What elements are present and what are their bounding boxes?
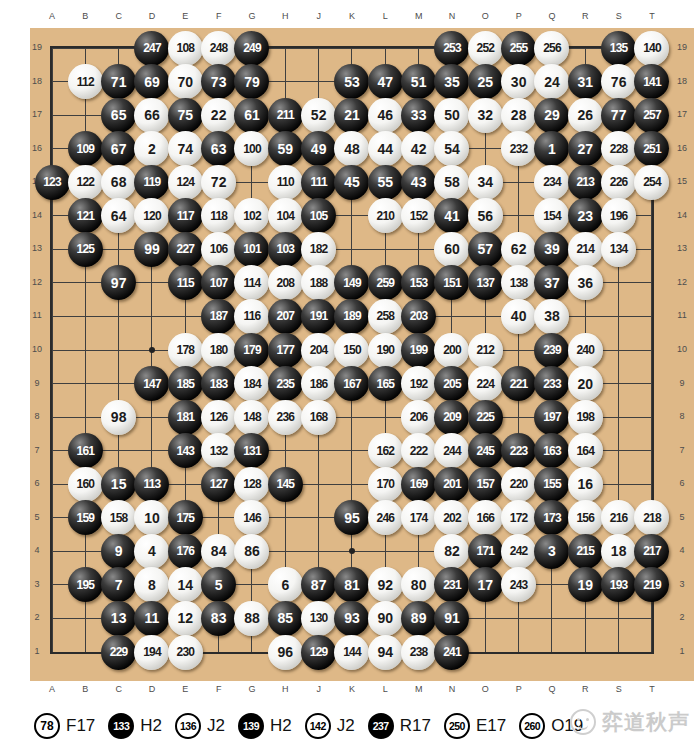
stone-H8: 236 <box>268 400 303 435</box>
stone-number: 51 <box>411 75 427 89</box>
row-label-left-18: 18 <box>29 77 45 87</box>
stone-number: 60 <box>444 242 460 256</box>
stone-number: 61 <box>244 108 260 122</box>
stone-number: 219 <box>643 579 661 591</box>
stone-B3: 195 <box>68 567 103 602</box>
logo: 弈道秋声 <box>570 708 690 736</box>
stone-number: 248 <box>210 42 228 54</box>
stone-number: 72 <box>211 175 227 189</box>
stone-number: 175 <box>177 512 195 524</box>
stone-number: 157 <box>477 478 495 490</box>
stone-number: 134 <box>610 243 628 255</box>
row-label-right-16: 16 <box>674 144 690 154</box>
caption-move-number: 250 <box>449 721 465 732</box>
stone-L10: 190 <box>368 333 403 368</box>
stone-number: 104 <box>277 210 295 222</box>
stone-S4: 18 <box>601 534 636 569</box>
column-label-bottom-J: J <box>310 685 328 694</box>
stone-O4: 171 <box>468 534 503 569</box>
stone-number: 122 <box>77 176 95 188</box>
stone-number: 126 <box>210 411 228 423</box>
stone-number: 150 <box>343 344 361 356</box>
stone-number: 252 <box>477 42 495 54</box>
stone-number: 3 <box>548 544 556 558</box>
stone-B18: 112 <box>68 64 103 99</box>
column-label-bottom-D: D <box>143 685 161 694</box>
stone-D19: 247 <box>134 31 169 66</box>
stone-number: 130 <box>310 612 328 624</box>
column-label-top-L: L <box>376 12 394 21</box>
stone-number: 243 <box>510 579 528 591</box>
stone-M18: 51 <box>401 64 436 99</box>
column-label-bottom-A: A <box>43 685 61 694</box>
caption-move-139: 139H2 <box>238 713 292 739</box>
stone-number: 37 <box>544 276 560 290</box>
stone-C18: 71 <box>101 64 136 99</box>
stone-L18: 47 <box>368 64 403 99</box>
stone-number: 211 <box>277 109 294 121</box>
stone-F17: 22 <box>201 98 236 133</box>
column-label-top-H: H <box>276 12 294 21</box>
column-label-bottom-T: T <box>643 685 661 694</box>
row-label-left-12: 12 <box>29 278 45 288</box>
caption-move-136: 136J2 <box>175 713 225 739</box>
stone-number: 153 <box>410 277 428 289</box>
stone-R17: 26 <box>568 98 603 133</box>
stone-C2: 13 <box>101 601 136 636</box>
row-label-right-9: 9 <box>674 379 690 389</box>
row-label-right-2: 2 <box>674 613 690 623</box>
row-label-right-17: 17 <box>674 110 690 120</box>
stone-number: 69 <box>144 75 160 89</box>
stone-number: 86 <box>244 544 260 558</box>
stone-O14: 56 <box>468 198 503 233</box>
stone-number: 71 <box>111 75 127 89</box>
row-label-right-10: 10 <box>674 345 690 355</box>
column-label-bottom-O: O <box>476 685 494 694</box>
stone-K17: 21 <box>334 98 369 133</box>
stone-number: 21 <box>344 108 360 122</box>
stone-number: 169 <box>410 478 428 490</box>
stone-number: 87 <box>311 578 327 592</box>
stone-O12: 137 <box>468 265 503 300</box>
row-label-left-17: 17 <box>29 110 45 120</box>
caption-bar: 78F17133H2136J2139H2142J2237R17250E17260… <box>34 706 583 746</box>
stone-L12: 259 <box>368 265 403 300</box>
stone-number: 128 <box>243 478 261 490</box>
stone-T16: 251 <box>634 131 669 166</box>
stone-F15: 72 <box>201 165 236 200</box>
stone-number: 172 <box>510 512 528 524</box>
stone-G17: 61 <box>234 98 269 133</box>
caption-move-point: H2 <box>270 716 292 736</box>
stone-number: 118 <box>210 210 227 222</box>
stone-number: 198 <box>577 411 595 423</box>
stone-M15: 43 <box>401 165 436 200</box>
stone-G6: 128 <box>234 467 269 502</box>
column-label-bottom-E: E <box>176 685 194 694</box>
row-label-right-18: 18 <box>674 77 690 87</box>
row-label-right-11: 11 <box>674 311 690 321</box>
stone-number: 151 <box>443 277 461 289</box>
logo-face-icon <box>570 709 596 735</box>
stone-number: 152 <box>410 210 428 222</box>
stone-R13: 214 <box>568 232 603 267</box>
stone-number: 234 <box>543 176 561 188</box>
stone-E16: 74 <box>168 131 203 166</box>
column-label-top-F: F <box>210 12 228 21</box>
stone-O5: 166 <box>468 500 503 535</box>
stone-O7: 245 <box>468 433 503 468</box>
column-label-top-K: K <box>343 12 361 21</box>
caption-move-133: 133H2 <box>108 713 162 739</box>
stone-number: 30 <box>511 75 527 89</box>
stone-number: 207 <box>277 310 295 322</box>
row-label-left-3: 3 <box>29 580 45 590</box>
stone-number: 259 <box>377 277 395 289</box>
stone-O15: 34 <box>468 165 503 200</box>
stone-N1: 241 <box>434 635 469 670</box>
stone-F4: 84 <box>201 534 236 569</box>
row-label-right-15: 15 <box>674 177 690 187</box>
column-label-top-G: G <box>243 12 261 21</box>
row-label-left-19: 19 <box>29 43 45 53</box>
star-point-D10 <box>149 347 155 353</box>
row-label-right-7: 7 <box>674 446 690 456</box>
stone-number: 110 <box>277 176 294 188</box>
stone-R10: 240 <box>568 333 603 368</box>
stone-number: 203 <box>410 310 428 322</box>
stone-number: 167 <box>343 378 361 390</box>
stone-number: 8 <box>148 578 156 592</box>
stone-number: 210 <box>377 210 395 222</box>
stone-number: 229 <box>110 646 128 658</box>
stone-number: 251 <box>643 143 661 155</box>
stone-B16: 109 <box>68 131 103 166</box>
stone-number: 191 <box>310 310 328 322</box>
stone-number: 123 <box>43 176 61 188</box>
caption-move-78: 78F17 <box>34 713 95 739</box>
stone-T17: 257 <box>634 98 669 133</box>
stone-number: 96 <box>278 645 294 659</box>
stone-number: 5 <box>215 578 223 592</box>
stone-N8: 209 <box>434 400 469 435</box>
stone-B15: 122 <box>68 165 103 200</box>
stone-number: 127 <box>210 478 228 490</box>
logo-text: 弈道秋声 <box>602 708 690 736</box>
stone-number: 246 <box>377 512 395 524</box>
caption-move-point: F17 <box>66 716 95 736</box>
stone-S15: 226 <box>601 165 636 200</box>
stone-number: 129 <box>310 646 328 658</box>
stone-M2: 89 <box>401 601 436 636</box>
stone-number: 114 <box>244 277 261 289</box>
stone-P18: 30 <box>501 64 536 99</box>
stone-R9: 20 <box>568 366 603 401</box>
stone-E15: 124 <box>168 165 203 200</box>
stone-N10: 200 <box>434 333 469 368</box>
stone-number: 47 <box>378 75 394 89</box>
stone-number: 93 <box>344 611 360 625</box>
stone-number: 17 <box>478 578 494 592</box>
stone-number: 46 <box>378 108 394 122</box>
stone-number: 149 <box>343 277 361 289</box>
stone-number: 120 <box>143 210 161 222</box>
stone-number: 119 <box>144 176 161 188</box>
stone-E14: 117 <box>168 198 203 233</box>
stone-D6: 113 <box>134 467 169 502</box>
stone-H15: 110 <box>268 165 303 200</box>
stone-H13: 103 <box>268 232 303 267</box>
stone-number: 240 <box>577 344 595 356</box>
stone-P6: 220 <box>501 467 536 502</box>
stone-T5: 218 <box>634 500 669 535</box>
stone-number: 29 <box>544 108 560 122</box>
row-label-left-9: 9 <box>29 379 45 389</box>
column-label-bottom-L: L <box>376 685 394 694</box>
stone-number: 221 <box>510 378 528 390</box>
stone-number: 190 <box>377 344 395 356</box>
kifu-diagram: ABCDEFGHJKLMNOPQRST 19191818171716161515… <box>0 0 700 749</box>
row-label-left-5: 5 <box>29 513 45 523</box>
stone-number: 177 <box>277 344 295 356</box>
column-label-top-E: E <box>176 12 194 21</box>
stone-M8: 206 <box>401 400 436 435</box>
stone-M9: 192 <box>401 366 436 401</box>
stone-number: 91 <box>444 611 460 625</box>
stone-number: 79 <box>244 75 260 89</box>
stone-number: 146 <box>243 512 261 524</box>
stone-number: 187 <box>210 310 228 322</box>
stone-T4: 217 <box>634 534 669 569</box>
stone-number: 70 <box>178 75 194 89</box>
stone-number: 204 <box>310 344 328 356</box>
stone-O10: 212 <box>468 333 503 368</box>
stone-number: 154 <box>543 210 561 222</box>
stone-number: 98 <box>111 410 127 424</box>
stone-number: 225 <box>477 411 495 423</box>
stone-number: 209 <box>443 411 461 423</box>
stone-F6: 127 <box>201 467 236 502</box>
stone-number: 249 <box>243 42 261 54</box>
stone-number: 54 <box>444 142 460 156</box>
stone-N15: 58 <box>434 165 469 200</box>
stone-number: 188 <box>310 277 328 289</box>
stone-B14: 121 <box>68 198 103 233</box>
stone-number: 135 <box>610 42 628 54</box>
stone-number: 180 <box>210 344 228 356</box>
stone-number: 205 <box>443 378 461 390</box>
column-label-bottom-S: S <box>610 685 628 694</box>
stone-number: 160 <box>77 478 95 490</box>
stone-F8: 126 <box>201 400 236 435</box>
stone-H6: 145 <box>268 467 303 502</box>
column-label-bottom-P: P <box>510 685 528 694</box>
stone-number: 254 <box>643 176 661 188</box>
column-label-top-J: J <box>310 12 328 21</box>
stone-number: 82 <box>444 544 460 558</box>
stone-number: 164 <box>577 445 595 457</box>
stone-E19: 108 <box>168 31 203 66</box>
stone-number: 26 <box>578 108 594 122</box>
column-label-bottom-F: F <box>210 685 228 694</box>
stone-Q8: 197 <box>534 400 569 435</box>
stone-E2: 12 <box>168 601 203 636</box>
stone-number: 141 <box>643 76 661 88</box>
stone-number: 28 <box>511 108 527 122</box>
stone-number: 109 <box>77 143 95 155</box>
column-label-bottom-R: R <box>576 685 594 694</box>
stone-number: 31 <box>578 75 594 89</box>
stone-C17: 65 <box>101 98 136 133</box>
stone-number: 156 <box>577 512 595 524</box>
stone-number: 59 <box>278 142 294 156</box>
stone-R18: 31 <box>568 64 603 99</box>
stone-O17: 32 <box>468 98 503 133</box>
stone-M10: 199 <box>401 333 436 368</box>
stone-J13: 182 <box>301 232 336 267</box>
stone-number: 4 <box>148 544 156 558</box>
stone-C15: 68 <box>101 165 136 200</box>
stone-number: 42 <box>411 142 427 156</box>
stone-number: 102 <box>243 210 261 222</box>
stone-E18: 70 <box>168 64 203 99</box>
stone-number: 216 <box>610 512 628 524</box>
stone-number: 224 <box>477 378 495 390</box>
stone-number: 208 <box>277 277 295 289</box>
stone-K15: 45 <box>334 165 369 200</box>
stone-number: 18 <box>611 544 627 558</box>
stone-P19: 255 <box>501 31 536 66</box>
stone-number: 193 <box>610 579 628 591</box>
stone-D17: 66 <box>134 98 169 133</box>
stone-number: 131 <box>243 445 261 457</box>
stone-H1: 96 <box>268 635 303 670</box>
row-label-left-2: 2 <box>29 613 45 623</box>
stone-number: 85 <box>278 611 294 625</box>
stone-number: 112 <box>77 76 94 88</box>
stone-number: 95 <box>344 511 360 525</box>
row-label-left-4: 4 <box>29 546 45 556</box>
stone-number: 179 <box>243 344 261 356</box>
column-label-top-D: D <box>143 12 161 21</box>
row-label-right-5: 5 <box>674 513 690 523</box>
stone-number: 25 <box>478 75 494 89</box>
stone-G8: 148 <box>234 400 269 435</box>
stone-number: 77 <box>611 108 627 122</box>
column-label-bottom-Q: Q <box>543 685 561 694</box>
stone-number: 67 <box>111 142 127 156</box>
stone-number: 144 <box>343 646 361 658</box>
stone-L7: 162 <box>368 433 403 468</box>
stone-number: 50 <box>444 108 460 122</box>
stone-L3: 92 <box>368 567 403 602</box>
stone-number: 247 <box>143 42 161 54</box>
stone-L14: 210 <box>368 198 403 233</box>
stone-number: 202 <box>443 512 461 524</box>
stone-number: 176 <box>177 545 195 557</box>
stone-number: 223 <box>510 445 528 457</box>
stone-H10: 177 <box>268 333 303 368</box>
column-label-top-B: B <box>76 12 94 21</box>
stone-number: 238 <box>410 646 428 658</box>
stone-E17: 75 <box>168 98 203 133</box>
stone-number: 174 <box>410 512 428 524</box>
column-label-bottom-G: G <box>243 685 261 694</box>
stone-number: 242 <box>510 545 528 557</box>
stone-number: 45 <box>344 175 360 189</box>
column-label-top-R: R <box>576 12 594 21</box>
column-label-top-A: A <box>43 12 61 21</box>
stone-number: 103 <box>277 243 295 255</box>
stone-number: 22 <box>211 108 227 122</box>
stone-R5: 156 <box>568 500 603 535</box>
stone-number: 173 <box>543 512 561 524</box>
stone-number: 55 <box>378 175 394 189</box>
row-label-left-10: 10 <box>29 345 45 355</box>
white-stone-glyph: 136 <box>175 713 201 739</box>
caption-move-142: 142J2 <box>305 713 355 739</box>
stone-number: 94 <box>378 645 394 659</box>
stone-M11: 203 <box>401 299 436 334</box>
row-label-right-4: 4 <box>674 546 690 556</box>
stone-number: 117 <box>177 210 194 222</box>
row-label-right-3: 3 <box>674 580 690 590</box>
stone-number: 63 <box>211 142 227 156</box>
stone-number: 253 <box>443 42 461 54</box>
stone-number: 75 <box>178 108 194 122</box>
black-stone-glyph: 133 <box>108 713 134 739</box>
stone-number: 257 <box>643 109 661 121</box>
stone-number: 220 <box>510 478 528 490</box>
stone-C4: 9 <box>101 534 136 569</box>
stone-number: 74 <box>178 142 194 156</box>
stone-number: 137 <box>477 277 495 289</box>
stone-E4: 176 <box>168 534 203 569</box>
stone-P11: 40 <box>501 299 536 334</box>
stone-number: 101 <box>243 243 261 255</box>
stone-E3: 14 <box>168 567 203 602</box>
stone-G10: 179 <box>234 333 269 368</box>
stone-Q15: 234 <box>534 165 569 200</box>
stone-number: 14 <box>178 578 194 592</box>
stone-number: 115 <box>177 277 194 289</box>
stone-number: 53 <box>344 75 360 89</box>
stone-R14: 23 <box>568 198 603 233</box>
stone-number: 200 <box>443 344 461 356</box>
stone-number: 159 <box>77 512 95 524</box>
stone-P13: 62 <box>501 232 536 267</box>
stone-number: 62 <box>511 242 527 256</box>
stone-number: 23 <box>578 209 594 223</box>
stone-number: 189 <box>343 310 361 322</box>
stone-R12: 36 <box>568 265 603 300</box>
stone-number: 76 <box>611 75 627 89</box>
row-label-left-8: 8 <box>29 412 45 422</box>
column-label-top-P: P <box>510 12 528 21</box>
stone-number: 235 <box>277 378 295 390</box>
stone-number: 256 <box>543 42 561 54</box>
stone-number: 10 <box>144 511 160 525</box>
stone-number: 143 <box>177 445 195 457</box>
row-label-left-6: 6 <box>29 479 45 489</box>
stone-O8: 225 <box>468 400 503 435</box>
stone-P17: 28 <box>501 98 536 133</box>
stone-J1: 129 <box>301 635 336 670</box>
caption-move-point: J2 <box>337 716 355 736</box>
stone-T15: 254 <box>634 165 669 200</box>
stone-number: 13 <box>111 611 127 625</box>
